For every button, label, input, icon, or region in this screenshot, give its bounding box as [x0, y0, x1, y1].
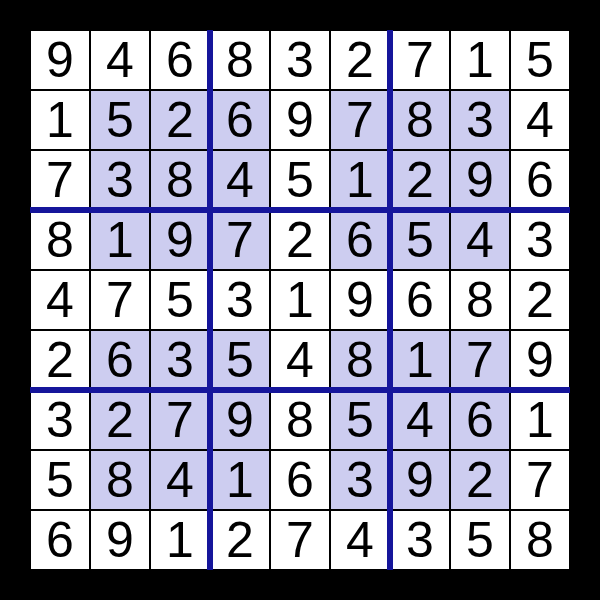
- cell-r3c5[interactable]: 5: [270, 150, 330, 210]
- cell-r2c3[interactable]: 2: [150, 90, 210, 150]
- cell-r9c6[interactable]: 4: [330, 510, 390, 570]
- cell-r8c7[interactable]: 9: [390, 450, 450, 510]
- cell-r5c6[interactable]: 9: [330, 270, 390, 330]
- cell-r3c6[interactable]: 1: [330, 150, 390, 210]
- cell-r4c3[interactable]: 9: [150, 210, 210, 270]
- cell-r3c4[interactable]: 4: [210, 150, 270, 210]
- cell-r7c7[interactable]: 4: [390, 390, 450, 450]
- cell-r7c9[interactable]: 1: [510, 390, 570, 450]
- cell-r2c7[interactable]: 8: [390, 90, 450, 150]
- cell-r1c3[interactable]: 6: [150, 30, 210, 90]
- cell-r1c7[interactable]: 7: [390, 30, 450, 90]
- cell-r7c5[interactable]: 8: [270, 390, 330, 450]
- cell-r8c3[interactable]: 4: [150, 450, 210, 510]
- cell-r5c4[interactable]: 3: [210, 270, 270, 330]
- sudoku-board: 9468327151526978347384512968197265434753…: [28, 28, 572, 572]
- cell-r3c3[interactable]: 8: [150, 150, 210, 210]
- cell-r6c3[interactable]: 3: [150, 330, 210, 390]
- cell-r8c5[interactable]: 6: [270, 450, 330, 510]
- cell-r9c3[interactable]: 1: [150, 510, 210, 570]
- cell-r5c7[interactable]: 6: [390, 270, 450, 330]
- cell-r8c9[interactable]: 7: [510, 450, 570, 510]
- cell-r8c8[interactable]: 2: [450, 450, 510, 510]
- cell-r5c1[interactable]: 4: [30, 270, 90, 330]
- cell-r4c5[interactable]: 2: [270, 210, 330, 270]
- cell-r5c3[interactable]: 5: [150, 270, 210, 330]
- cell-r6c1[interactable]: 2: [30, 330, 90, 390]
- cell-r4c4[interactable]: 7: [210, 210, 270, 270]
- cell-r4c8[interactable]: 4: [450, 210, 510, 270]
- cell-r1c8[interactable]: 1: [450, 30, 510, 90]
- cell-r1c4[interactable]: 8: [210, 30, 270, 90]
- cell-r2c9[interactable]: 4: [510, 90, 570, 150]
- cell-r5c5[interactable]: 1: [270, 270, 330, 330]
- cell-r9c2[interactable]: 9: [90, 510, 150, 570]
- cell-r1c9[interactable]: 5: [510, 30, 570, 90]
- cell-r3c8[interactable]: 9: [450, 150, 510, 210]
- cell-r3c1[interactable]: 7: [30, 150, 90, 210]
- cell-r8c1[interactable]: 5: [30, 450, 90, 510]
- cell-r9c4[interactable]: 2: [210, 510, 270, 570]
- cell-r4c1[interactable]: 8: [30, 210, 90, 270]
- cell-r6c2[interactable]: 6: [90, 330, 150, 390]
- cell-r3c7[interactable]: 2: [390, 150, 450, 210]
- cell-r6c5[interactable]: 4: [270, 330, 330, 390]
- cell-r6c7[interactable]: 1: [390, 330, 450, 390]
- cell-r2c2[interactable]: 5: [90, 90, 150, 150]
- cell-r9c9[interactable]: 8: [510, 510, 570, 570]
- cell-r5c8[interactable]: 8: [450, 270, 510, 330]
- cell-r6c6[interactable]: 8: [330, 330, 390, 390]
- cell-r1c2[interactable]: 4: [90, 30, 150, 90]
- cell-r5c9[interactable]: 2: [510, 270, 570, 330]
- sudoku-cell-grid: 9468327151526978347384512968197265434753…: [30, 30, 570, 570]
- cell-r2c1[interactable]: 1: [30, 90, 90, 150]
- cell-r8c6[interactable]: 3: [330, 450, 390, 510]
- cell-r4c2[interactable]: 1: [90, 210, 150, 270]
- cell-r3c9[interactable]: 6: [510, 150, 570, 210]
- cell-r6c8[interactable]: 7: [450, 330, 510, 390]
- cell-r1c1[interactable]: 9: [30, 30, 90, 90]
- cell-r1c5[interactable]: 3: [270, 30, 330, 90]
- cell-r8c4[interactable]: 1: [210, 450, 270, 510]
- page-canvas: 9468327151526978347384512968197265434753…: [0, 0, 600, 600]
- cell-r4c9[interactable]: 3: [510, 210, 570, 270]
- cell-r2c6[interactable]: 7: [330, 90, 390, 150]
- cell-r7c8[interactable]: 6: [450, 390, 510, 450]
- cell-r9c1[interactable]: 6: [30, 510, 90, 570]
- cell-r5c2[interactable]: 7: [90, 270, 150, 330]
- cell-r9c5[interactable]: 7: [270, 510, 330, 570]
- cell-r4c7[interactable]: 5: [390, 210, 450, 270]
- cell-r7c4[interactable]: 9: [210, 390, 270, 450]
- cell-r7c1[interactable]: 3: [30, 390, 90, 450]
- cell-r2c8[interactable]: 3: [450, 90, 510, 150]
- cell-r4c6[interactable]: 6: [330, 210, 390, 270]
- cell-r6c9[interactable]: 9: [510, 330, 570, 390]
- cell-r7c6[interactable]: 5: [330, 390, 390, 450]
- cell-r9c8[interactable]: 5: [450, 510, 510, 570]
- cell-r3c2[interactable]: 3: [90, 150, 150, 210]
- cell-r2c5[interactable]: 9: [270, 90, 330, 150]
- cell-r7c3[interactable]: 7: [150, 390, 210, 450]
- cell-r2c4[interactable]: 6: [210, 90, 270, 150]
- cell-r1c6[interactable]: 2: [330, 30, 390, 90]
- cell-r9c7[interactable]: 3: [390, 510, 450, 570]
- cell-r6c4[interactable]: 5: [210, 330, 270, 390]
- cell-r8c2[interactable]: 8: [90, 450, 150, 510]
- cell-r7c2[interactable]: 2: [90, 390, 150, 450]
